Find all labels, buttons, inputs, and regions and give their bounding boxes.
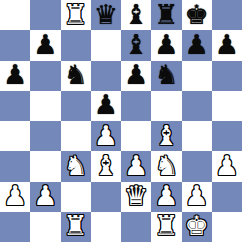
square-d3[interactable]: ♝ — [91, 151, 121, 181]
square-g6[interactable] — [182, 61, 212, 91]
square-c8[interactable]: ♜ — [61, 0, 91, 30]
piece-black-knight-f6[interactable]: ♞ — [154, 61, 178, 88]
square-b3[interactable] — [30, 151, 60, 181]
square-h5[interactable] — [212, 91, 242, 121]
square-b8[interactable] — [30, 0, 60, 30]
piece-black-pawn-f7[interactable]: ♟ — [154, 31, 178, 58]
square-g5[interactable] — [182, 91, 212, 121]
piece-black-rook-f8[interactable]: ♜ — [154, 1, 178, 28]
square-e6[interactable]: ♟ — [121, 61, 151, 91]
piece-black-pawn-e6[interactable]: ♟ — [124, 61, 148, 88]
square-h6[interactable] — [212, 61, 242, 91]
square-h7[interactable]: ♟ — [212, 30, 242, 60]
piece-white-queen-e2[interactable]: ♛ — [124, 182, 148, 209]
square-b4[interactable] — [30, 121, 60, 151]
square-e8[interactable]: ♝ — [121, 0, 151, 30]
square-c1[interactable]: ♜ — [61, 212, 91, 242]
square-f6[interactable]: ♞ — [151, 61, 181, 91]
square-a5[interactable] — [0, 91, 30, 121]
square-g2[interactable]: ♟ — [182, 182, 212, 212]
piece-white-bishop-f4[interactable]: ♝ — [154, 122, 178, 149]
square-h1[interactable] — [212, 212, 242, 242]
piece-white-king-g1[interactable]: ♚ — [185, 212, 209, 239]
square-a6[interactable]: ♟ — [0, 61, 30, 91]
piece-white-pawn-e3[interactable]: ♟ — [124, 152, 148, 179]
piece-black-pawn-g7[interactable]: ♟ — [185, 31, 209, 58]
piece-white-knight-f3[interactable]: ♞ — [154, 152, 178, 179]
piece-black-pawn-b7[interactable]: ♟ — [33, 31, 57, 58]
square-d7[interactable] — [91, 30, 121, 60]
square-b6[interactable] — [30, 61, 60, 91]
piece-white-pawn-b2[interactable]: ♟ — [33, 182, 57, 209]
piece-black-bishop-e8[interactable]: ♝ — [124, 1, 148, 28]
piece-white-pawn-h3[interactable]: ♟ — [215, 152, 239, 179]
square-c3[interactable]: ♞ — [61, 151, 91, 181]
square-c4[interactable] — [61, 121, 91, 151]
square-a4[interactable] — [0, 121, 30, 151]
square-c2[interactable] — [61, 182, 91, 212]
square-c5[interactable] — [61, 91, 91, 121]
square-h4[interactable] — [212, 121, 242, 151]
square-d6[interactable] — [91, 61, 121, 91]
square-b2[interactable]: ♟ — [30, 182, 60, 212]
square-b7[interactable]: ♟ — [30, 30, 60, 60]
square-e1[interactable] — [121, 212, 151, 242]
square-d4[interactable]: ♟ — [91, 121, 121, 151]
piece-white-knight-c3[interactable]: ♞ — [64, 152, 88, 179]
square-c7[interactable] — [61, 30, 91, 60]
square-f1[interactable]: ♜ — [151, 212, 181, 242]
square-e7[interactable]: ♝ — [121, 30, 151, 60]
piece-black-knight-c6[interactable]: ♞ — [64, 61, 88, 88]
piece-black-queen-d8[interactable]: ♛ — [94, 1, 118, 28]
square-e5[interactable] — [121, 91, 151, 121]
piece-white-rook-f1[interactable]: ♜ — [154, 212, 178, 239]
piece-black-pawn-a6[interactable]: ♟ — [3, 61, 27, 88]
square-f4[interactable]: ♝ — [151, 121, 181, 151]
square-b1[interactable] — [30, 212, 60, 242]
piece-white-rook-c1[interactable]: ♜ — [64, 212, 88, 239]
square-f5[interactable] — [151, 91, 181, 121]
piece-white-pawn-f2[interactable]: ♟ — [154, 182, 178, 209]
square-a8[interactable] — [0, 0, 30, 30]
square-f2[interactable]: ♟ — [151, 182, 181, 212]
square-b5[interactable] — [30, 91, 60, 121]
square-g7[interactable]: ♟ — [182, 30, 212, 60]
square-d2[interactable] — [91, 182, 121, 212]
square-d1[interactable] — [91, 212, 121, 242]
piece-black-pawn-h7[interactable]: ♟ — [215, 31, 239, 58]
square-h2[interactable] — [212, 182, 242, 212]
square-c6[interactable]: ♞ — [61, 61, 91, 91]
square-g3[interactable] — [182, 151, 212, 181]
square-g8[interactable]: ♚ — [182, 0, 212, 30]
square-f8[interactable]: ♜ — [151, 0, 181, 30]
square-f3[interactable]: ♞ — [151, 151, 181, 181]
square-h3[interactable]: ♟ — [212, 151, 242, 181]
square-e3[interactable]: ♟ — [121, 151, 151, 181]
piece-white-pawn-d4[interactable]: ♟ — [94, 122, 118, 149]
piece-white-rook-c8[interactable]: ♜ — [64, 1, 88, 28]
square-a2[interactable]: ♟ — [0, 182, 30, 212]
chess-board: ♜♛♝♜♚♟♝♟♟♟♟♞♟♞♟♟♝♞♝♟♞♟♟♟♛♟♟♜♜♚ — [0, 0, 242, 242]
square-a1[interactable] — [0, 212, 30, 242]
square-e2[interactable]: ♛ — [121, 182, 151, 212]
square-g1[interactable]: ♚ — [182, 212, 212, 242]
piece-white-bishop-d3[interactable]: ♝ — [94, 152, 118, 179]
square-f7[interactable]: ♟ — [151, 30, 181, 60]
square-d5[interactable]: ♟ — [91, 91, 121, 121]
square-a7[interactable] — [0, 30, 30, 60]
piece-black-pawn-d5[interactable]: ♟ — [94, 91, 118, 118]
square-g4[interactable] — [182, 121, 212, 151]
piece-white-pawn-g2[interactable]: ♟ — [185, 182, 209, 209]
square-d8[interactable]: ♛ — [91, 0, 121, 30]
piece-black-king-g8[interactable]: ♚ — [185, 1, 209, 28]
piece-black-bishop-e7[interactable]: ♝ — [124, 31, 148, 58]
square-e4[interactable] — [121, 121, 151, 151]
square-h8[interactable] — [212, 0, 242, 30]
piece-white-pawn-a2[interactable]: ♟ — [3, 182, 27, 209]
square-a3[interactable] — [0, 151, 30, 181]
